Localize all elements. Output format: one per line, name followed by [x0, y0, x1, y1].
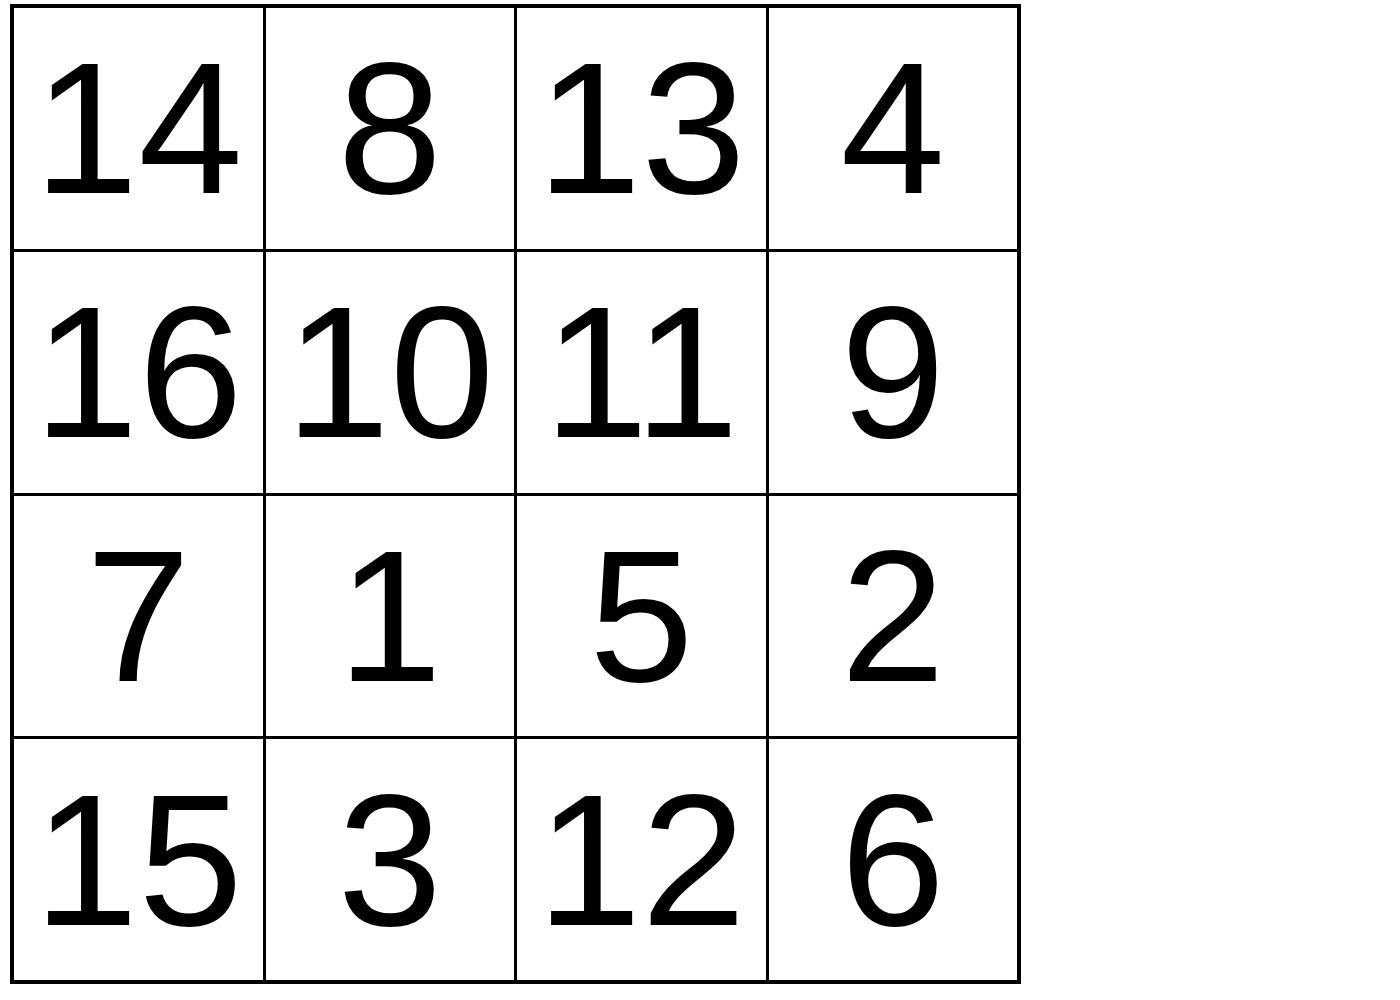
- cell-r1c1[interactable]: 14: [14, 8, 263, 249]
- cell-r4c1[interactable]: 15: [14, 739, 263, 980]
- cell-r4c3[interactable]: 12: [517, 739, 766, 980]
- cell-r2c3[interactable]: 11: [517, 252, 766, 493]
- cell-r1c3[interactable]: 13: [517, 8, 766, 249]
- cell-r2c4[interactable]: 9: [769, 252, 1018, 493]
- cell-r3c3[interactable]: 5: [517, 496, 766, 737]
- cell-r1c2[interactable]: 8: [266, 8, 515, 249]
- cell-r3c2[interactable]: 1: [266, 496, 515, 737]
- cell-r4c4[interactable]: 6: [769, 739, 1018, 980]
- cell-r1c4[interactable]: 4: [769, 8, 1018, 249]
- cell-r2c2[interactable]: 10: [266, 252, 515, 493]
- cell-r3c4[interactable]: 2: [769, 496, 1018, 737]
- cell-r4c2[interactable]: 3: [266, 739, 515, 980]
- schulte-board: 14 8 13 4 16 10 11 9 7 1 5 2 15 3 12 6: [10, 4, 1021, 984]
- cell-r2c1[interactable]: 16: [14, 252, 263, 493]
- cell-r3c1[interactable]: 7: [14, 496, 263, 737]
